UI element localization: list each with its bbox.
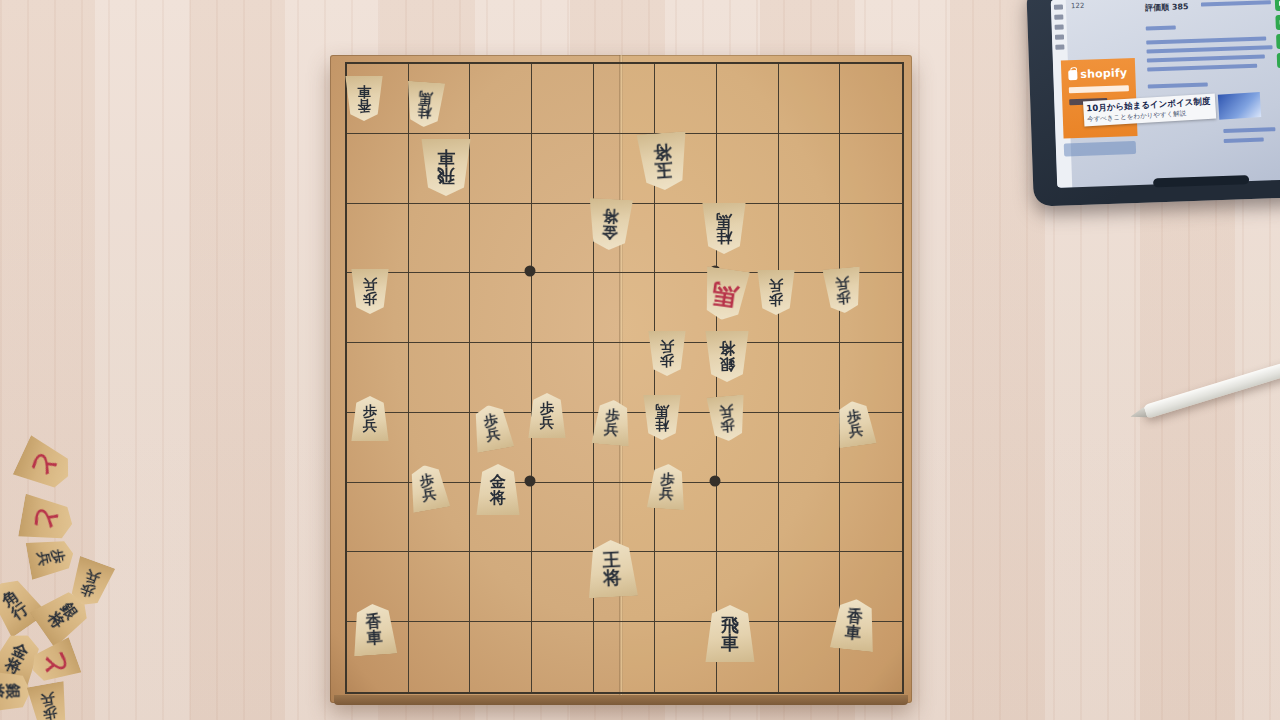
shogi-piece-飛車-3i[interactable]: 飛車 bbox=[705, 605, 755, 662]
board-cell-5i[interactable] bbox=[594, 622, 656, 692]
board-cell-2c[interactable] bbox=[779, 204, 841, 274]
board-cell-6c[interactable] bbox=[532, 204, 594, 274]
link-text-line bbox=[1146, 26, 1176, 31]
link-text-line bbox=[1146, 36, 1266, 44]
board-cell-5a[interactable] bbox=[594, 64, 656, 134]
link-text-line bbox=[1223, 127, 1275, 133]
board-cell-2g[interactable] bbox=[779, 483, 841, 553]
board-cell-4a[interactable] bbox=[655, 64, 717, 134]
captured-piece-2[interactable]: 歩兵 bbox=[26, 535, 77, 580]
board-cell-7i[interactable] bbox=[470, 622, 532, 692]
captured-piece-3[interactable]: 角行 bbox=[0, 571, 48, 638]
board-cell-3g[interactable] bbox=[717, 483, 779, 553]
shopify-bag-icon bbox=[1068, 70, 1077, 80]
shogi-piece-銀将-3e[interactable]: 銀将 bbox=[705, 331, 749, 382]
board-cell-7h[interactable] bbox=[470, 552, 532, 622]
board-cell-6a[interactable] bbox=[532, 64, 594, 134]
board-cell-7d[interactable] bbox=[470, 273, 532, 343]
board-cell-7e[interactable] bbox=[470, 343, 532, 413]
link-text-line bbox=[1147, 64, 1257, 72]
board-cell-8i[interactable] bbox=[409, 622, 471, 692]
shopify-logo-text: shopify bbox=[1080, 66, 1127, 81]
board-cell-3b[interactable] bbox=[717, 134, 779, 204]
board-edge bbox=[334, 695, 908, 705]
board-cell-1c[interactable] bbox=[840, 204, 902, 274]
shogi-piece-歩兵-6f[interactable]: 歩兵 bbox=[528, 393, 566, 438]
star-point bbox=[525, 266, 536, 277]
table-scene: 香車桂馬飛車玉将金将桂馬歩兵馬歩兵歩兵歩兵銀将桂馬歩兵歩兵歩兵歩兵歩兵歩兵歩兵金… bbox=[0, 0, 1280, 720]
board-cell-2f[interactable] bbox=[779, 413, 841, 483]
shogi-piece-歩兵-4e[interactable]: 歩兵 bbox=[648, 331, 686, 376]
shogi-piece-歩兵-2d[interactable]: 歩兵 bbox=[757, 270, 795, 315]
board-cell-3a[interactable] bbox=[717, 64, 779, 134]
stylus-tip bbox=[1129, 407, 1148, 422]
board-cell-1e[interactable] bbox=[840, 343, 902, 413]
board-cell-1a[interactable] bbox=[840, 64, 902, 134]
captured-piece-9[interactable]: 歩兵 bbox=[26, 681, 71, 720]
banner-thumbnail bbox=[1218, 92, 1261, 120]
tablet: 122 shopify 評価順 385 10月から始まるインボ bbox=[1026, 0, 1280, 207]
board-cell-6d[interactable] bbox=[532, 273, 594, 343]
board-cell-4h[interactable] bbox=[655, 552, 717, 622]
board-cell-8h[interactable] bbox=[409, 552, 471, 622]
tablet-screen[interactable]: 122 shopify 評価順 385 10月から始まるインボ bbox=[1051, 0, 1280, 188]
shogi-board bbox=[330, 55, 912, 703]
shogi-piece-桂馬-3c[interactable]: 桂馬 bbox=[702, 203, 746, 254]
board-cell-9b[interactable] bbox=[347, 134, 409, 204]
link-text-line bbox=[1148, 82, 1208, 88]
board-cell-5g[interactable] bbox=[594, 483, 656, 553]
case-groove bbox=[1153, 175, 1249, 187]
link-text-line bbox=[1147, 54, 1265, 62]
board-cell-6h[interactable] bbox=[532, 552, 594, 622]
ad-text-bar bbox=[1069, 85, 1129, 93]
star-point bbox=[525, 475, 536, 486]
tablet-topbar-text: 122 bbox=[1071, 2, 1085, 10]
board-cell-2b[interactable] bbox=[779, 134, 841, 204]
shogi-piece-歩兵-9d[interactable]: 歩兵 bbox=[351, 269, 389, 314]
app-icon-strip[interactable] bbox=[1273, 0, 1280, 84]
shogi-piece-香車-9a[interactable]: 香車 bbox=[345, 76, 383, 121]
link-text-line bbox=[1147, 45, 1273, 53]
board-cell-9g[interactable] bbox=[347, 483, 409, 553]
board-cell-2e[interactable] bbox=[779, 343, 841, 413]
board-cell-8d[interactable] bbox=[409, 273, 471, 343]
board-cell-2a[interactable] bbox=[779, 64, 841, 134]
board-cell-7a[interactable] bbox=[470, 64, 532, 134]
board-cell-2i[interactable] bbox=[779, 622, 841, 692]
board-cell-6b[interactable] bbox=[532, 134, 594, 204]
board-cell-1g[interactable] bbox=[840, 483, 902, 553]
shogi-piece-金将-7g[interactable]: 金将 bbox=[476, 464, 520, 515]
page-heading-placeholder bbox=[1064, 141, 1136, 157]
sort-rank-text: 評価順 385 bbox=[1145, 1, 1189, 14]
link-text-line bbox=[1201, 0, 1271, 6]
board-cell-8e[interactable] bbox=[409, 343, 471, 413]
captured-piece-0[interactable]: と bbox=[13, 435, 78, 496]
shogi-piece-飛車-8b[interactable]: 飛車 bbox=[421, 139, 471, 196]
star-point bbox=[710, 475, 721, 486]
board-cell-9c[interactable] bbox=[347, 204, 409, 274]
captured-piece-1[interactable]: と bbox=[18, 493, 76, 545]
board-cell-1b[interactable] bbox=[840, 134, 902, 204]
board-cell-5d[interactable] bbox=[594, 273, 656, 343]
link-text-line bbox=[1224, 138, 1264, 143]
board-cell-6i[interactable] bbox=[532, 622, 594, 692]
board-cell-7b[interactable] bbox=[470, 134, 532, 204]
board-cell-6g[interactable] bbox=[532, 483, 594, 553]
shogi-piece-桂馬-4f[interactable]: 桂馬 bbox=[643, 395, 681, 440]
board-cell-7c[interactable] bbox=[470, 204, 532, 274]
board-cell-2h[interactable] bbox=[779, 552, 841, 622]
shogi-piece-歩兵-9f[interactable]: 歩兵 bbox=[351, 396, 389, 441]
board-cell-8c[interactable] bbox=[409, 204, 471, 274]
stylus-pen[interactable] bbox=[1142, 355, 1280, 420]
